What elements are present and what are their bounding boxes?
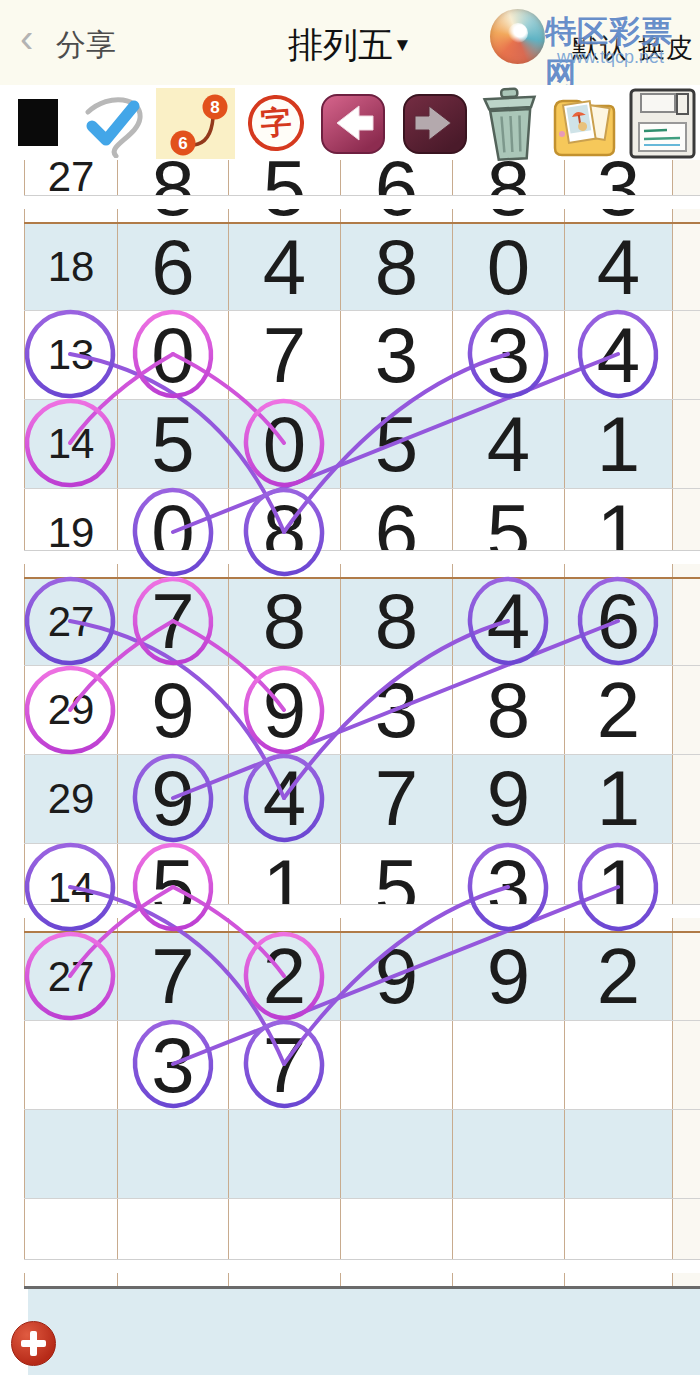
edge-strip-cell [672,311,700,399]
sum-cell[interactable]: 14 [24,400,117,488]
digit-cell[interactable]: 4 [452,579,564,666]
digit-cell[interactable]: 5 [340,400,452,488]
digit-value: 1 [597,842,640,933]
digit-cell[interactable]: 2 [228,933,340,1020]
arrow-right-icon [405,96,465,152]
digit-cell[interactable] [117,1110,228,1198]
digit-cell[interactable]: 7 [117,933,228,1020]
digit-cell[interactable]: 8 [340,579,452,666]
edge-strip-cell [672,666,700,754]
digit-value: 5 [151,399,194,490]
digit-cell[interactable]: 4 [452,400,564,488]
digit-value: 4 [263,753,306,844]
digit-value: 1 [597,487,640,578]
digit-value: 5 [151,842,194,933]
digit-cell[interactable]: 3 [452,311,564,399]
undo-button[interactable] [321,94,385,154]
digit-cell[interactable]: 0 [117,311,228,399]
digit-cell[interactable]: 4 [564,224,672,311]
edge-strip-cell [672,1199,700,1287]
brush-check-icon [82,90,150,158]
drawing-toolbar: 8 6 字 [0,85,700,160]
sum-cell[interactable] [24,1110,117,1198]
digit-value: 4 [487,576,530,667]
digit-value: 2 [597,665,640,756]
table-row: 2772992 [24,931,700,1020]
trend-chart-table: 2785683186480413073341450541190865127788… [24,133,700,1289]
svg-text:6: 6 [178,134,187,153]
digit-cell[interactable]: 6 [340,489,452,577]
sum-value: 29 [48,686,95,734]
sum-value: 14 [48,420,95,468]
digit-cell[interactable]: 3 [340,311,452,399]
digit-cell[interactable]: 7 [117,579,228,666]
table-row: 1307334 [24,310,700,399]
sum-value: 27 [48,953,95,1001]
digit-cell[interactable]: 9 [452,933,564,1020]
digit-cell[interactable] [117,1199,228,1287]
digit-cell[interactable] [452,1110,564,1198]
digit-value: 9 [263,665,306,756]
digit-value: 5 [487,487,530,578]
edge-strip-cell [672,844,700,932]
table-row: 37 [24,1020,700,1109]
sum-cell[interactable]: 29 [24,755,117,843]
digit-cell[interactable]: 3 [452,844,564,932]
digit-cell[interactable] [452,1021,564,1109]
table-row: 2994791 [24,754,700,843]
sum-value: 27 [48,153,95,201]
digit-value: 4 [597,222,640,313]
digit-cell[interactable]: 0 [228,400,340,488]
digit-cell[interactable] [228,1110,340,1198]
digit-cell[interactable]: 9 [340,933,452,1020]
digit-cell[interactable]: 7 [228,1021,340,1109]
digit-value: 3 [151,1020,194,1111]
digit-cell[interactable]: 1 [564,489,672,577]
sum-cell[interactable]: 14 [24,844,117,932]
edge-strip-cell [672,1021,700,1109]
add-chart-button[interactable] [11,1321,56,1366]
digit-cell[interactable]: 9 [117,666,228,754]
digit-cell[interactable]: 5 [340,844,452,932]
lottery-trend-app: { "game": "pailie5-lottery-trend-chart",… [0,0,700,1375]
digit-value: 7 [263,310,306,401]
table-row: 1908651 [24,488,700,577]
table-row: 2778846 [24,577,700,666]
sum-value: 18 [48,243,95,291]
edge-strip-cell [672,400,700,488]
digit-value: 6 [375,487,418,578]
sum-cell[interactable]: 19 [24,489,117,577]
edge-strip-cell [672,755,700,843]
digit-value: 0 [151,310,194,401]
digit-value: 3 [375,665,418,756]
digit-value: 9 [151,753,194,844]
edge-strip-cell [672,489,700,577]
digit-value: 1 [263,842,306,933]
sum-cell[interactable]: 18 [24,224,117,311]
digit-value: 9 [487,753,530,844]
digit-cell[interactable]: 8 [228,489,340,577]
sum-cell[interactable]: 27 [24,579,117,666]
digit-value: 3 [375,310,418,401]
sum-cell[interactable] [24,1199,117,1287]
digit-value: 6 [597,576,640,667]
digit-cell[interactable]: 3 [117,1021,228,1109]
connect-numbers-tool[interactable]: 8 6 [156,88,235,159]
digit-cell[interactable]: 1 [228,844,340,932]
export-image-button[interactable] [549,90,617,160]
black-color-tool[interactable] [18,99,58,146]
table-row: 1451531 [24,843,700,932]
digit-cell[interactable]: 1 [564,844,672,932]
digit-cell[interactable]: 5 [452,489,564,577]
sum-cell[interactable]: 27 [24,933,117,1020]
digit-cell[interactable]: 7 [340,755,452,843]
save-button[interactable] [627,87,698,160]
redo-button[interactable] [403,94,467,154]
table-row: 1450541 [24,399,700,488]
watermark-url: www.tqcp.net [557,47,664,68]
brush-check-tool[interactable] [82,90,150,158]
digit-cell[interactable]: 3 [340,666,452,754]
sum-cell[interactable]: 13 [24,311,117,399]
digit-value: 5 [375,842,418,933]
digit-cell[interactable]: 8 [340,224,452,311]
digit-value: 4 [487,399,530,490]
digit-cell[interactable]: 8 [228,579,340,666]
digit-value: 2 [597,931,640,1022]
site-logo-swirl [490,9,545,64]
digit-cell[interactable]: 1 [564,755,672,843]
sum-value: 19 [48,509,95,557]
connect-numbers-icon: 8 6 [156,88,235,159]
digit-cell[interactable]: 7 [228,311,340,399]
digit-value: 8 [263,487,306,578]
sum-value: 13 [48,331,95,379]
digit-cell[interactable]: 9 [452,755,564,843]
edge-strip-cell [672,1110,700,1198]
digit-value: 3 [487,842,530,933]
digit-cell[interactable]: 9 [228,666,340,754]
digit-cell[interactable]: 5 [117,400,228,488]
table-row: 2999382 [24,665,700,754]
sum-value: 29 [48,775,95,823]
edge-strip-cell [672,579,700,666]
digit-value: 4 [597,310,640,401]
digit-value: 7 [375,753,418,844]
digit-cell[interactable]: 1 [564,400,672,488]
digit-value: 2 [263,931,306,1022]
photo-folder-icon [549,90,617,160]
sum-value: 27 [48,598,95,646]
plus-icon [30,1331,37,1356]
trash-icon [477,86,545,162]
page-title: 排列五 [288,25,393,64]
digit-cell[interactable] [452,1199,564,1287]
arrow-left-icon [323,96,383,152]
footer-band [28,1289,700,1375]
digit-value: 1 [597,753,640,844]
digit-cell[interactable]: 2 [564,933,672,1020]
edge-strip-cell [672,224,700,311]
digit-value: 9 [151,665,194,756]
digit-cell[interactable] [564,1110,672,1198]
sum-cell[interactable]: 29 [24,666,117,754]
digit-value: 0 [487,222,530,313]
digit-value: 0 [151,487,194,578]
digit-cell[interactable]: 6 [117,224,228,311]
digit-value: 4 [263,222,306,313]
digit-cell[interactable] [564,1021,672,1109]
table-row [24,1109,700,1198]
trash-button[interactable] [477,86,545,162]
digit-cell[interactable]: 6 [564,579,672,666]
text-stamp-tool[interactable]: 字 [246,93,306,153]
digit-value: 3 [487,310,530,401]
top-bar: ‹ 分享 排列五▼ 默认换皮 特区彩票网 www.tqcp.net [0,0,700,85]
digit-cell[interactable]: 8 [452,666,564,754]
table-row: 1864804 [24,222,700,311]
digit-value: 8 [487,665,530,756]
digit-value: 6 [151,222,194,313]
digit-value: 8 [375,222,418,313]
digit-value: 9 [375,931,418,1022]
digit-cell[interactable]: 5 [117,844,228,932]
digit-cell[interactable]: 0 [452,224,564,311]
digit-cell[interactable] [228,1199,340,1287]
sum-cell[interactable] [24,1021,117,1109]
svg-text:8: 8 [210,98,219,117]
digit-value: 8 [263,576,306,667]
digit-value: 9 [487,931,530,1022]
digit-value: 5 [375,399,418,490]
digit-cell[interactable]: 2 [564,666,672,754]
digit-cell[interactable]: 0 [117,489,228,577]
digit-cell[interactable]: 9 [117,755,228,843]
digit-value: 1 [597,399,640,490]
table-row [24,1198,700,1287]
chevron-down-icon: ▼ [393,34,412,55]
digit-value: 0 [263,399,306,490]
digit-cell[interactable]: 4 [564,311,672,399]
digit-value: 7 [151,576,194,667]
digit-value: 8 [375,576,418,667]
digit-cell[interactable]: 4 [228,224,340,311]
digit-cell[interactable] [340,1021,452,1109]
sum-value: 14 [48,864,95,912]
floppy-disk-icon [627,87,698,160]
digit-cell[interactable] [340,1199,452,1287]
digit-value: 7 [263,1020,306,1111]
digit-value: 7 [151,931,194,1022]
digit-cell[interactable]: 4 [228,755,340,843]
digit-cell[interactable] [340,1110,452,1198]
digit-cell[interactable] [564,1199,672,1287]
edge-strip-cell [672,933,700,1020]
